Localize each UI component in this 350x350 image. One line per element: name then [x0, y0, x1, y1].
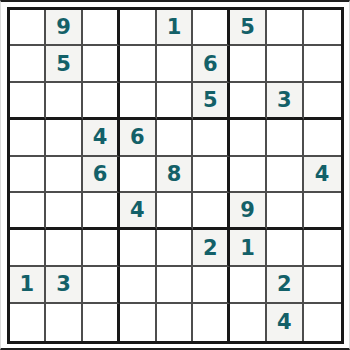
- cell-r5c8[interactable]: [267, 157, 304, 194]
- cell-r2c8[interactable]: [267, 46, 304, 83]
- cell-r5c2[interactable]: [46, 157, 83, 194]
- cell-r8c9[interactable]: [304, 267, 341, 304]
- cell-r4c4[interactable]: 6: [120, 120, 157, 157]
- cell-r6c7[interactable]: 9: [230, 193, 267, 230]
- cell-r6c8[interactable]: [267, 193, 304, 230]
- cell-r5c4[interactable]: [120, 157, 157, 194]
- cell-r2c7[interactable]: [230, 46, 267, 83]
- cell-r1c3[interactable]: [83, 10, 120, 47]
- cell-r5c7[interactable]: [230, 157, 267, 194]
- cell-r6c2[interactable]: [46, 193, 83, 230]
- cell-r1c7[interactable]: 5: [230, 10, 267, 47]
- sudoku-board: 91556534668449211324: [7, 7, 344, 344]
- cell-r3c4[interactable]: [120, 83, 157, 120]
- cell-r5c5[interactable]: 8: [157, 157, 194, 194]
- cell-r2c1[interactable]: [10, 46, 47, 83]
- cell-r7c9[interactable]: [304, 230, 341, 267]
- cell-r8c7[interactable]: [230, 267, 267, 304]
- cell-r3c5[interactable]: [157, 83, 194, 120]
- cell-r7c1[interactable]: [10, 230, 47, 267]
- cell-r7c4[interactable]: [120, 230, 157, 267]
- cell-r5c6[interactable]: [193, 157, 230, 194]
- cell-r9c7[interactable]: [230, 304, 267, 341]
- cell-r1c6[interactable]: [193, 10, 230, 47]
- cell-r7c5[interactable]: [157, 230, 194, 267]
- cell-r8c3[interactable]: [83, 267, 120, 304]
- cell-r5c9[interactable]: 4: [304, 157, 341, 194]
- cell-r8c8[interactable]: 2: [267, 267, 304, 304]
- cell-r3c9[interactable]: [304, 83, 341, 120]
- cell-r2c2[interactable]: 5: [46, 46, 83, 83]
- cell-r7c2[interactable]: [46, 230, 83, 267]
- cell-r4c9[interactable]: [304, 120, 341, 157]
- cell-r6c5[interactable]: [157, 193, 194, 230]
- cell-r4c5[interactable]: [157, 120, 194, 157]
- cell-r6c9[interactable]: [304, 193, 341, 230]
- cell-r4c2[interactable]: [46, 120, 83, 157]
- cell-r6c4[interactable]: 4: [120, 193, 157, 230]
- cell-r3c7[interactable]: [230, 83, 267, 120]
- cell-r6c1[interactable]: [10, 193, 47, 230]
- cell-r8c6[interactable]: [193, 267, 230, 304]
- cell-r1c9[interactable]: [304, 10, 341, 47]
- cell-r3c1[interactable]: [10, 83, 47, 120]
- cell-r3c6[interactable]: 5: [193, 83, 230, 120]
- cell-r2c9[interactable]: [304, 46, 341, 83]
- cell-r1c5[interactable]: 1: [157, 10, 194, 47]
- cell-r3c2[interactable]: [46, 83, 83, 120]
- cell-r7c3[interactable]: [83, 230, 120, 267]
- cell-r4c3[interactable]: 4: [83, 120, 120, 157]
- cell-r9c1[interactable]: [10, 304, 47, 341]
- cell-r8c1[interactable]: 1: [10, 267, 47, 304]
- cell-r4c7[interactable]: [230, 120, 267, 157]
- cell-r6c6[interactable]: [193, 193, 230, 230]
- cell-r9c8[interactable]: 4: [267, 304, 304, 341]
- cell-r9c2[interactable]: [46, 304, 83, 341]
- cell-r8c4[interactable]: [120, 267, 157, 304]
- cell-r4c6[interactable]: [193, 120, 230, 157]
- cell-r7c8[interactable]: [267, 230, 304, 267]
- cell-r2c6[interactable]: 6: [193, 46, 230, 83]
- cell-r2c4[interactable]: [120, 46, 157, 83]
- cell-r5c3[interactable]: 6: [83, 157, 120, 194]
- cell-r9c6[interactable]: [193, 304, 230, 341]
- cell-r6c3[interactable]: [83, 193, 120, 230]
- cell-r9c5[interactable]: [157, 304, 194, 341]
- cell-r1c4[interactable]: [120, 10, 157, 47]
- cell-r1c1[interactable]: [10, 10, 47, 47]
- cell-r8c5[interactable]: [157, 267, 194, 304]
- cell-r1c2[interactable]: 9: [46, 10, 83, 47]
- cell-r3c3[interactable]: [83, 83, 120, 120]
- cell-r9c4[interactable]: [120, 304, 157, 341]
- cell-r2c5[interactable]: [157, 46, 194, 83]
- cell-r4c1[interactable]: [10, 120, 47, 157]
- cell-r9c9[interactable]: [304, 304, 341, 341]
- cell-r2c3[interactable]: [83, 46, 120, 83]
- cell-r7c6[interactable]: 2: [193, 230, 230, 267]
- cell-r1c8[interactable]: [267, 10, 304, 47]
- cell-r7c7[interactable]: 1: [230, 230, 267, 267]
- cell-r3c8[interactable]: 3: [267, 83, 304, 120]
- cell-r8c2[interactable]: 3: [46, 267, 83, 304]
- sudoku-widget: 91556534668449211324: [0, 0, 350, 350]
- cell-r5c1[interactable]: [10, 157, 47, 194]
- cell-r4c8[interactable]: [267, 120, 304, 157]
- cell-r9c3[interactable]: [83, 304, 120, 341]
